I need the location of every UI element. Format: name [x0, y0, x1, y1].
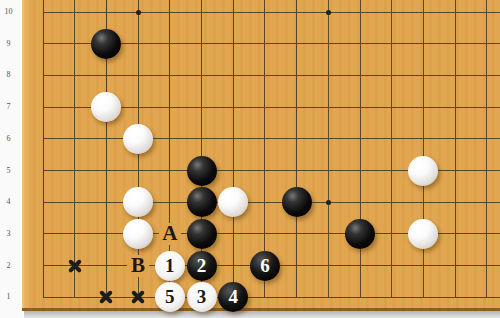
stone-black — [345, 219, 375, 249]
grid-line-vertical — [455, 0, 456, 298]
x-mark — [67, 258, 83, 274]
star-point — [136, 10, 141, 15]
stone-white — [408, 156, 438, 186]
row-label-4: 4 — [0, 197, 17, 207]
stone-black — [282, 187, 312, 217]
row-label-2: 2 — [0, 261, 17, 271]
row-label-10: 10 — [0, 7, 17, 17]
go-diagram: 10987654321 123456AB — [0, 0, 500, 318]
row-label-7: 7 — [0, 102, 17, 112]
move-number: 4 — [228, 282, 238, 312]
grid-line-vertical — [360, 0, 361, 298]
row-label-8: 8 — [0, 70, 17, 80]
grid-line-vertical — [328, 0, 329, 298]
move-number: 3 — [197, 282, 207, 312]
move-number: 5 — [165, 282, 175, 312]
grid-line-vertical — [486, 0, 487, 298]
move-number: 2 — [197, 251, 207, 281]
grid-line-vertical — [74, 0, 75, 298]
x-mark — [130, 289, 146, 305]
grid-line-vertical — [296, 0, 297, 298]
grid-line-horizontal — [43, 202, 500, 203]
stone-white — [123, 124, 153, 154]
point-label-B: B — [127, 255, 149, 277]
grid-line-vertical — [233, 0, 234, 298]
move-number: 1 — [165, 251, 175, 281]
point-label-A: A — [159, 223, 181, 245]
grid-line-horizontal — [43, 138, 500, 139]
grid-line-horizontal — [43, 75, 500, 76]
stone-black — [187, 219, 217, 249]
move-6-stone-black: 6 — [250, 251, 280, 281]
stone-black — [187, 156, 217, 186]
grid-line-horizontal — [43, 12, 500, 13]
star-point — [326, 200, 331, 205]
stone-black — [187, 187, 217, 217]
grid-line-vertical — [423, 0, 424, 298]
star-point — [326, 10, 331, 15]
move-1-stone-white: 1 — [155, 251, 185, 281]
move-2-stone-black: 2 — [187, 251, 217, 281]
move-3-stone-white: 3 — [187, 282, 217, 312]
grid-line-vertical — [43, 0, 44, 298]
stone-black — [91, 29, 121, 59]
row-label-5: 5 — [0, 166, 17, 176]
row-label-3: 3 — [0, 229, 17, 239]
row-label-6: 6 — [0, 134, 17, 144]
x-mark — [98, 289, 114, 305]
move-number: 6 — [260, 251, 270, 281]
stone-white — [123, 219, 153, 249]
board-drop-shadow — [24, 311, 500, 318]
row-label-1: 1 — [0, 292, 17, 302]
grid-line-vertical — [391, 0, 392, 298]
move-5-stone-white: 5 — [155, 282, 185, 312]
row-label-9: 9 — [0, 39, 17, 49]
